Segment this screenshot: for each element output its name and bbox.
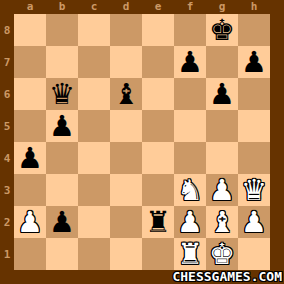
file-label-c: c [78,0,110,14]
chessgames-watermark: CHESSGAMES.COM [172,269,282,284]
white-queen: ♛ [238,174,270,206]
square-e6[interactable] [142,78,174,110]
file-label-e: e [142,0,174,14]
square-d5[interactable] [110,110,142,142]
black-pawn: ♟ [14,142,46,174]
square-h4[interactable] [238,142,270,174]
square-f6[interactable] [174,78,206,110]
square-g4[interactable] [206,142,238,174]
square-c8[interactable] [78,14,110,46]
square-g6[interactable]: ♟ [206,78,238,110]
square-a6[interactable] [14,78,46,110]
square-g5[interactable] [206,110,238,142]
file-label-b: b [46,0,78,14]
square-f7[interactable]: ♟ [174,46,206,78]
square-a3[interactable] [14,174,46,206]
white-king: ♚ [206,238,238,270]
rank-label-2: 2 [0,206,14,238]
chess-board-frame: abcdefgh 87654321 ♚♟♟♛♝♟♟♟♞♟♛♟♟♜♟♝♟♜♚ CH… [0,0,284,284]
square-a1[interactable] [14,238,46,270]
square-h8[interactable] [238,14,270,46]
square-c2[interactable] [78,206,110,238]
square-h2[interactable]: ♟ [238,206,270,238]
square-b3[interactable] [46,174,78,206]
rank-label-6: 6 [0,78,14,110]
white-pawn: ♟ [174,206,206,238]
square-h7[interactable]: ♟ [238,46,270,78]
file-label-f: f [174,0,206,14]
square-a7[interactable] [14,46,46,78]
square-g7[interactable] [206,46,238,78]
rank-label-4: 4 [0,142,14,174]
black-pawn: ♟ [174,46,206,78]
square-e4[interactable] [142,142,174,174]
square-h1[interactable] [238,238,270,270]
square-a4[interactable]: ♟ [14,142,46,174]
black-pawn: ♟ [238,46,270,78]
file-label-h: h [238,0,270,14]
white-rook: ♜ [174,238,206,270]
square-g8[interactable]: ♚ [206,14,238,46]
square-f1[interactable]: ♜ [174,238,206,270]
square-a8[interactable] [14,14,46,46]
file-label-a: a [14,0,46,14]
black-king: ♚ [206,14,238,46]
square-d3[interactable] [110,174,142,206]
square-c4[interactable] [78,142,110,174]
square-b8[interactable] [46,14,78,46]
square-c1[interactable] [78,238,110,270]
file-label-d: d [110,0,142,14]
square-c3[interactable] [78,174,110,206]
file-labels: abcdefgh [14,0,270,14]
white-pawn: ♟ [14,206,46,238]
square-b5[interactable]: ♟ [46,110,78,142]
square-c7[interactable] [78,46,110,78]
square-b1[interactable] [46,238,78,270]
square-e7[interactable] [142,46,174,78]
square-f3[interactable]: ♞ [174,174,206,206]
square-h5[interactable] [238,110,270,142]
rank-label-5: 5 [0,110,14,142]
rank-labels: 87654321 [0,14,14,270]
square-e8[interactable] [142,14,174,46]
black-pawn: ♟ [46,206,78,238]
square-b2[interactable]: ♟ [46,206,78,238]
white-knight: ♞ [174,174,206,206]
square-d4[interactable] [110,142,142,174]
square-c6[interactable] [78,78,110,110]
square-a5[interactable] [14,110,46,142]
square-f4[interactable] [174,142,206,174]
rank-label-3: 3 [0,174,14,206]
square-d6[interactable]: ♝ [110,78,142,110]
black-queen: ♛ [46,78,78,110]
square-d2[interactable] [110,206,142,238]
square-e2[interactable]: ♜ [142,206,174,238]
square-f2[interactable]: ♟ [174,206,206,238]
rank-label-1: 1 [0,238,14,270]
square-f8[interactable] [174,14,206,46]
white-bishop: ♝ [206,206,238,238]
black-pawn: ♟ [46,110,78,142]
rank-label-8: 8 [0,14,14,46]
square-a2[interactable]: ♟ [14,206,46,238]
square-c5[interactable] [78,110,110,142]
square-b6[interactable]: ♛ [46,78,78,110]
file-label-g: g [206,0,238,14]
white-pawn: ♟ [238,206,270,238]
chess-board: ♚♟♟♛♝♟♟♟♞♟♛♟♟♜♟♝♟♜♚ [14,14,270,270]
white-pawn: ♟ [206,174,238,206]
square-d1[interactable] [110,238,142,270]
square-g3[interactable]: ♟ [206,174,238,206]
square-g2[interactable]: ♝ [206,206,238,238]
black-rook: ♜ [142,206,174,238]
square-e3[interactable] [142,174,174,206]
square-h6[interactable] [238,78,270,110]
square-d7[interactable] [110,46,142,78]
square-e5[interactable] [142,110,174,142]
rank-label-7: 7 [0,46,14,78]
square-d8[interactable] [110,14,142,46]
square-g1[interactable]: ♚ [206,238,238,270]
square-f5[interactable] [174,110,206,142]
square-h3[interactable]: ♛ [238,174,270,206]
black-bishop: ♝ [110,78,142,110]
square-b4[interactable] [46,142,78,174]
square-b7[interactable] [46,46,78,78]
square-e1[interactable] [142,238,174,270]
black-pawn: ♟ [206,78,238,110]
